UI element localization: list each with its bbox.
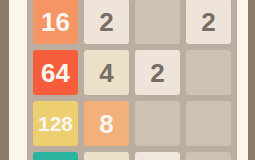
tile-4: 4 <box>84 50 129 95</box>
app-background-right-strip <box>237 0 248 160</box>
tile-teal-unknown <box>33 152 78 160</box>
tile-16: 16 <box>33 0 78 44</box>
app-background-left-strip <box>9 0 27 160</box>
cell-empty <box>135 0 180 44</box>
cell-empty <box>135 101 180 146</box>
tile-2: 2 <box>135 50 180 95</box>
board-grid[interactable]: 162264421288 <box>27 0 237 160</box>
tile-cream-unknown <box>84 152 129 160</box>
tile-64: 64 <box>33 50 78 95</box>
cell-empty <box>186 152 231 160</box>
cell-empty <box>186 50 231 95</box>
tile-128: 128 <box>33 101 78 146</box>
tile-2: 2 <box>186 0 231 44</box>
2048-game-screen: 162264421288 <box>0 0 255 160</box>
tile-2: 2 <box>84 0 129 44</box>
cell-empty <box>186 101 231 146</box>
tile-8: 8 <box>84 101 129 146</box>
tile-light-unknown <box>135 152 180 160</box>
